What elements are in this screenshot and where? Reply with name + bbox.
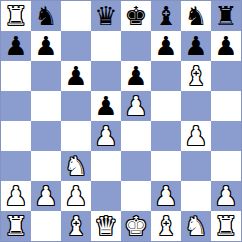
- square-e1[interactable]: ♚: [121, 211, 151, 241]
- square-c2[interactable]: ♟: [61, 181, 91, 211]
- square-e7[interactable]: [121, 31, 151, 61]
- square-a3[interactable]: [1, 151, 31, 181]
- piece-black-king: ♚: [124, 1, 147, 31]
- square-f1[interactable]: ♝: [151, 211, 181, 241]
- square-a8[interactable]: ♜: [1, 1, 31, 31]
- square-b8[interactable]: ♞: [31, 1, 61, 31]
- square-h3[interactable]: [211, 151, 241, 181]
- piece-white-pawn: ♟: [94, 121, 117, 151]
- piece-white-king: ♚: [124, 211, 147, 241]
- square-h6[interactable]: [211, 61, 241, 91]
- piece-white-knight: ♞: [64, 151, 87, 181]
- piece-white-rook: ♜: [4, 1, 27, 31]
- square-b3[interactable]: [31, 151, 61, 181]
- square-g7[interactable]: ♟: [181, 31, 211, 61]
- square-g1[interactable]: ♞: [181, 211, 211, 241]
- square-b5[interactable]: [31, 91, 61, 121]
- piece-black-pawn: ♟: [64, 61, 87, 91]
- square-a6[interactable]: [1, 61, 31, 91]
- square-h8[interactable]: ♜: [211, 1, 241, 31]
- piece-white-pawn: ♟: [34, 181, 57, 211]
- square-g5[interactable]: [181, 91, 211, 121]
- square-c3[interactable]: ♞: [61, 151, 91, 181]
- piece-white-knight: ♞: [184, 211, 207, 241]
- piece-black-knight: ♞: [34, 1, 57, 31]
- square-a5[interactable]: [1, 91, 31, 121]
- piece-black-pawn: ♟: [154, 31, 177, 61]
- square-f2[interactable]: ♟: [151, 181, 181, 211]
- piece-white-pawn: ♟: [154, 181, 177, 211]
- square-d3[interactable]: [91, 151, 121, 181]
- square-c4[interactable]: [61, 121, 91, 151]
- square-d6[interactable]: [91, 61, 121, 91]
- square-d2[interactable]: [91, 181, 121, 211]
- square-b2[interactable]: ♟: [31, 181, 61, 211]
- square-e3[interactable]: [121, 151, 151, 181]
- square-h4[interactable]: [211, 121, 241, 151]
- piece-white-rook: ♜: [214, 211, 237, 241]
- square-f6[interactable]: [151, 61, 181, 91]
- piece-white-pawn: ♟: [124, 91, 147, 121]
- square-d7[interactable]: [91, 31, 121, 61]
- square-g6[interactable]: ♝: [181, 61, 211, 91]
- piece-black-pawn: ♟: [184, 31, 207, 61]
- square-d4[interactable]: ♟: [91, 121, 121, 151]
- piece-black-queen: ♛: [94, 1, 117, 31]
- piece-black-bishop: ♝: [154, 1, 177, 31]
- piece-white-pawn: ♟: [214, 181, 237, 211]
- square-c5[interactable]: [61, 91, 91, 121]
- chess-board: ♜♞♛♚♝♞♜♟♟♟♟♟♟♟♝♟♟♟♟♞♟♟♟♟♟♜♝♛♚♝♞♜: [0, 0, 242, 242]
- square-e2[interactable]: [121, 181, 151, 211]
- piece-black-pawn: ♟: [4, 31, 27, 61]
- square-g2[interactable]: [181, 181, 211, 211]
- square-a4[interactable]: [1, 121, 31, 151]
- square-b7[interactable]: ♟: [31, 31, 61, 61]
- square-f8[interactable]: ♝: [151, 1, 181, 31]
- piece-white-bishop: ♝: [64, 211, 87, 241]
- piece-white-queen: ♛: [94, 211, 117, 241]
- square-a2[interactable]: ♟: [1, 181, 31, 211]
- piece-white-rook: ♜: [4, 211, 27, 241]
- piece-white-pawn: ♟: [184, 121, 207, 151]
- square-e5[interactable]: ♟: [121, 91, 151, 121]
- square-g4[interactable]: ♟: [181, 121, 211, 151]
- piece-black-knight: ♞: [184, 1, 207, 31]
- piece-black-pawn: ♟: [94, 91, 117, 121]
- piece-black-rook: ♜: [214, 1, 237, 31]
- square-b1[interactable]: [31, 211, 61, 241]
- square-e8[interactable]: ♚: [121, 1, 151, 31]
- square-h7[interactable]: ♟: [211, 31, 241, 61]
- square-g3[interactable]: [181, 151, 211, 181]
- square-e4[interactable]: [121, 121, 151, 151]
- square-d5[interactable]: ♟: [91, 91, 121, 121]
- piece-black-pawn: ♟: [124, 61, 147, 91]
- square-c1[interactable]: ♝: [61, 211, 91, 241]
- square-f5[interactable]: [151, 91, 181, 121]
- piece-white-bishop: ♝: [154, 211, 177, 241]
- piece-black-pawn: ♟: [214, 31, 237, 61]
- square-d8[interactable]: ♛: [91, 1, 121, 31]
- square-a1[interactable]: ♜: [1, 211, 31, 241]
- square-c8[interactable]: [61, 1, 91, 31]
- square-b4[interactable]: [31, 121, 61, 151]
- piece-white-bishop: ♝: [184, 61, 207, 91]
- square-e6[interactable]: ♟: [121, 61, 151, 91]
- square-h1[interactable]: ♜: [211, 211, 241, 241]
- square-h5[interactable]: [211, 91, 241, 121]
- square-c7[interactable]: [61, 31, 91, 61]
- square-c6[interactable]: ♟: [61, 61, 91, 91]
- square-f7[interactable]: ♟: [151, 31, 181, 61]
- square-a7[interactable]: ♟: [1, 31, 31, 61]
- piece-white-pawn: ♟: [64, 181, 87, 211]
- piece-white-pawn: ♟: [4, 181, 27, 211]
- square-f3[interactable]: [151, 151, 181, 181]
- piece-black-pawn: ♟: [34, 31, 57, 61]
- square-g8[interactable]: ♞: [181, 1, 211, 31]
- square-h2[interactable]: ♟: [211, 181, 241, 211]
- square-b6[interactable]: [31, 61, 61, 91]
- square-f4[interactable]: [151, 121, 181, 151]
- square-d1[interactable]: ♛: [91, 211, 121, 241]
